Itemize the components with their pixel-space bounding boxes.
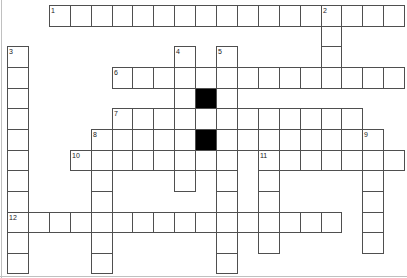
crossword-cell[interactable] [237,67,259,89]
crossword-cell[interactable] [362,67,384,89]
crossword-cell[interactable] [321,5,342,27]
crossword-cell[interactable] [216,150,238,171]
crossword-cell[interactable] [70,5,92,27]
crossword-cell[interactable] [112,129,133,151]
crossword-cell[interactable] [174,170,196,192]
crossword-cell[interactable] [237,5,259,27]
crossword-cell[interactable] [91,232,113,254]
crossword-cell[interactable] [362,5,384,27]
crossword-cell[interactable] [216,46,238,68]
crossword-cell[interactable] [70,150,92,171]
crossword-cell[interactable] [195,150,217,171]
crossword-cell[interactable] [7,129,29,151]
crossword-cell[interactable] [362,212,384,233]
crossword-cell[interactable] [279,150,301,171]
crossword-cell[interactable] [132,150,154,171]
crossword-cell[interactable] [91,253,113,274]
crossword-cell[interactable] [362,129,384,151]
crossword-cell[interactable] [7,150,29,171]
crossword-cell[interactable] [174,212,196,233]
crossword-cell[interactable] [258,5,280,27]
crossword-grid: 123456789101112 [0,0,407,278]
crossword-cell[interactable] [321,150,342,171]
crossword-cell[interactable] [279,5,301,27]
crossword-cell[interactable] [174,5,196,27]
crossword-cell[interactable] [258,108,280,130]
crossword-cell[interactable] [341,150,363,171]
crossword-cell[interactable] [279,129,301,151]
crossword-cell[interactable] [91,5,113,27]
crossword-cell[interactable] [7,232,29,254]
black-cell [195,88,217,109]
crossword-cell[interactable] [216,5,238,27]
crossword-cell[interactable] [258,129,280,151]
crossword-cell[interactable] [237,129,259,151]
crossword-cell[interactable] [341,5,363,27]
crossword-cell[interactable] [341,108,363,130]
crossword-cell[interactable] [383,67,405,89]
crossword-cell[interactable] [7,170,29,192]
crossword-cell[interactable] [195,5,217,27]
crossword-cell[interactable] [174,67,196,89]
crossword-cell[interactable] [216,253,238,274]
crossword-cell[interactable] [112,108,133,130]
crossword-cell[interactable] [341,67,363,89]
crossword-cell[interactable] [91,170,113,192]
crossword-cell[interactable] [132,5,154,27]
crossword-cell[interactable] [321,212,342,233]
crossword-cell[interactable] [216,191,238,213]
crossword-cell[interactable] [195,67,217,89]
crossword-cell[interactable] [216,212,238,233]
crossword-cell[interactable] [7,253,29,274]
crossword-cell[interactable] [300,212,322,233]
crossword-cell[interactable] [174,88,196,109]
crossword-cell[interactable] [258,150,280,171]
crossword-cell[interactable] [279,212,301,233]
crossword-cell[interactable] [216,108,238,130]
crossword-cell[interactable] [153,212,175,233]
crossword-cell[interactable] [112,67,133,89]
crossword-cell[interactable] [153,129,175,151]
crossword-cell[interactable] [91,212,113,233]
crossword-cell[interactable] [321,67,342,89]
crossword-cell[interactable] [112,212,133,233]
crossword-cell[interactable] [28,212,50,233]
crossword-cell[interactable] [341,129,363,151]
crossword-cell[interactable] [321,26,342,47]
crossword-cell[interactable] [300,5,322,27]
crossword-cell[interactable] [132,108,154,130]
crossword-cell[interactable] [258,212,280,233]
crossword-cell[interactable] [7,212,29,233]
crossword-cell[interactable] [112,5,133,27]
crossword-cell[interactable] [7,88,29,109]
crossword-page: 123456789101112 [0,0,407,278]
crossword-cell[interactable] [383,5,405,27]
crossword-cell[interactable] [153,5,175,27]
crossword-cell[interactable] [216,170,238,192]
crossword-cell[interactable] [216,232,238,254]
crossword-cell[interactable] [7,67,29,89]
crossword-cell[interactable] [321,129,342,151]
crossword-cell[interactable] [237,108,259,130]
crossword-cell[interactable] [300,129,322,151]
crossword-cell[interactable] [174,129,196,151]
crossword-cell[interactable] [195,108,217,130]
crossword-cell[interactable] [321,46,342,68]
crossword-cell[interactable] [174,150,196,171]
crossword-cell[interactable] [258,67,280,89]
crossword-cell[interactable] [153,67,175,89]
crossword-cell[interactable] [7,191,29,213]
crossword-cell[interactable] [362,150,384,171]
crossword-cell[interactable] [174,46,196,68]
crossword-cell[interactable] [7,46,29,68]
crossword-cell[interactable] [237,212,259,233]
crossword-cell[interactable] [258,232,280,254]
crossword-cell[interactable] [216,129,238,151]
crossword-cell[interactable] [216,67,238,89]
crossword-cell[interactable] [132,129,154,151]
crossword-cell[interactable] [300,150,322,171]
crossword-cell[interactable] [279,108,301,130]
crossword-cell[interactable] [362,232,384,254]
crossword-cell[interactable] [132,212,154,233]
crossword-cell[interactable] [91,150,113,171]
crossword-cell[interactable] [383,150,405,171]
crossword-cell[interactable] [132,67,154,89]
crossword-cell[interactable] [279,67,301,89]
crossword-cell[interactable] [258,170,280,192]
crossword-cell[interactable] [70,212,92,233]
black-cell [195,129,217,151]
crossword-cell[interactable] [362,191,384,213]
crossword-cell[interactable] [91,191,113,213]
crossword-cell[interactable] [258,191,280,213]
crossword-cell[interactable] [153,150,175,171]
crossword-cell[interactable] [195,212,217,233]
crossword-cell[interactable] [174,108,196,130]
crossword-cell[interactable] [49,212,71,233]
crossword-cell[interactable] [321,108,342,130]
crossword-cell[interactable] [91,129,113,151]
crossword-cell[interactable] [112,150,133,171]
crossword-cell[interactable] [153,108,175,130]
crossword-cell[interactable] [300,67,322,89]
crossword-cell[interactable] [7,108,29,130]
crossword-cell[interactable] [216,88,238,109]
crossword-cell[interactable] [49,5,71,27]
crossword-cell[interactable] [300,108,322,130]
crossword-cell[interactable] [362,170,384,192]
